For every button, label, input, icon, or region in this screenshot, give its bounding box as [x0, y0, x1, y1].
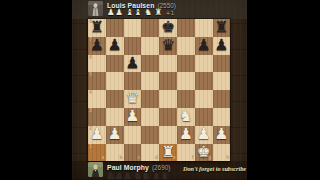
captured-black-pawn-icon: ♟ — [107, 172, 115, 180]
captured-white-bishop-icon: ♝ — [126, 8, 134, 17]
file-label: a — [102, 156, 105, 161]
square-e1[interactable]: e♜ — [159, 144, 177, 162]
square-d6[interactable] — [141, 55, 159, 73]
rank-label: 3 — [89, 109, 92, 114]
square-h2[interactable]: ♟ — [213, 126, 231, 144]
square-f5[interactable] — [177, 72, 195, 90]
square-h8[interactable]: ♜ — [213, 19, 231, 37]
black-rook: ♜ — [90, 19, 104, 37]
square-c8[interactable] — [124, 19, 142, 37]
bottom-player-avatar — [88, 162, 103, 177]
square-e8[interactable]: ♚ — [159, 19, 177, 37]
square-c1[interactable]: c — [124, 144, 142, 162]
captured-white-pawn-icon: ♟ — [115, 8, 123, 17]
square-g5[interactable] — [195, 72, 213, 90]
rank-label: 4 — [89, 91, 92, 96]
captured-white-rook-icon: ♜ — [155, 8, 163, 17]
square-f7[interactable] — [177, 37, 195, 55]
bottom-captured-pieces: ♟♟♟♞♞♝♝ — [107, 172, 169, 180]
square-e7[interactable]: ♛ — [159, 37, 177, 55]
square-a7[interactable]: 7♟ — [88, 37, 106, 55]
bottom-player-name-row: Paul Morphy (2690) — [107, 164, 170, 171]
captured-black-pawn-icon: ♟ — [124, 172, 132, 180]
black-king: ♚ — [161, 19, 175, 37]
black-pawn: ♟ — [126, 54, 140, 72]
square-g7[interactable]: ♟ — [195, 37, 213, 55]
captured-black-bishop-icon: ♝ — [161, 172, 169, 180]
square-c3[interactable]: ♟ — [124, 108, 142, 126]
square-c2[interactable] — [124, 126, 142, 144]
square-d2[interactable] — [141, 126, 159, 144]
square-f1[interactable]: f — [177, 144, 195, 162]
white-pawn: ♟ — [126, 107, 140, 125]
square-h4[interactable] — [213, 90, 231, 108]
captured-black-bishop-icon: ♝ — [153, 172, 161, 180]
subscribe-reminder-text: Don't forget to subscribe — [183, 165, 243, 172]
captured-white-bishop-icon: ♝ — [134, 8, 142, 17]
bottom-player-rating: (2690) — [152, 164, 170, 171]
square-d1[interactable]: d — [141, 144, 159, 162]
square-b6[interactable] — [106, 55, 124, 73]
top-captured-pieces: ♟♟♝♝♞♜+1 — [107, 8, 174, 17]
video-frame: Louis Paulsen (2550) ♟♟♝♝♞♜+1 8♜♚♜7♟♟♛♟♟… — [0, 0, 320, 180]
square-g2[interactable]: ♟ — [195, 126, 213, 144]
captured-black-knight-icon: ♞ — [134, 172, 142, 180]
square-b3[interactable] — [106, 108, 124, 126]
file-label: d — [155, 156, 158, 161]
black-pawn: ♟ — [197, 36, 211, 54]
material-advantage: +1 — [165, 9, 174, 16]
square-c5[interactable] — [124, 72, 142, 90]
square-f4[interactable] — [177, 90, 195, 108]
square-h1[interactable]: h — [213, 144, 231, 162]
file-label: h — [226, 156, 229, 161]
chess-app-stage: Louis Paulsen (2550) ♟♟♝♝♞♜+1 8♜♚♜7♟♟♛♟♟… — [72, 0, 247, 180]
rank-label: 6 — [89, 56, 92, 61]
captured-black-knight-icon: ♞ — [142, 172, 150, 180]
square-f8[interactable] — [177, 19, 195, 37]
square-g4[interactable] — [195, 90, 213, 108]
square-b4[interactable] — [106, 90, 124, 108]
rank-label: 1 — [89, 145, 92, 150]
square-d3[interactable] — [141, 108, 159, 126]
square-f6[interactable] — [177, 55, 195, 73]
square-b8[interactable] — [106, 19, 124, 37]
white-pawn: ♟ — [90, 125, 104, 143]
square-a2[interactable]: 2♟ — [88, 126, 106, 144]
white-pawn: ♟ — [108, 125, 122, 143]
black-pawn: ♟ — [215, 36, 229, 54]
rank-label: 8 — [89, 20, 92, 25]
square-a3[interactable]: 3 — [88, 108, 106, 126]
captured-white-knight-icon: ♞ — [144, 8, 152, 17]
square-f2[interactable]: ♟ — [177, 126, 195, 144]
square-g6[interactable] — [195, 55, 213, 73]
square-c4[interactable]: ♛ — [124, 90, 142, 108]
square-e4[interactable] — [159, 90, 177, 108]
black-pawn: ♟ — [90, 36, 104, 54]
square-b5[interactable] — [106, 72, 124, 90]
square-b2[interactable]: ♟ — [106, 126, 124, 144]
rank-label: 5 — [89, 73, 92, 78]
square-a6[interactable]: 6 — [88, 55, 106, 73]
square-e6[interactable] — [159, 55, 177, 73]
file-label: e — [173, 156, 176, 161]
square-h6[interactable] — [213, 55, 231, 73]
square-h7[interactable]: ♟ — [213, 37, 231, 55]
square-e5[interactable] — [159, 72, 177, 90]
square-h3[interactable] — [213, 108, 231, 126]
captured-white-pawn-icon: ♟ — [107, 8, 115, 17]
square-c6[interactable]: ♟ — [124, 55, 142, 73]
file-label: g — [208, 156, 211, 161]
black-pawn: ♟ — [108, 36, 122, 54]
file-label: f — [192, 156, 194, 161]
white-queen: ♛ — [126, 90, 140, 108]
square-d7[interactable] — [141, 37, 159, 55]
square-g1[interactable]: g♚ — [195, 144, 213, 162]
square-g3[interactable] — [195, 108, 213, 126]
square-b1[interactable]: b — [106, 144, 124, 162]
square-g8[interactable] — [195, 19, 213, 37]
square-a5[interactable]: 5 — [88, 72, 106, 90]
white-pawn: ♟ — [197, 125, 211, 143]
square-a1[interactable]: 1a — [88, 144, 106, 162]
black-rook: ♜ — [215, 19, 229, 37]
top-player-avatar — [88, 1, 103, 16]
file-label: b — [119, 156, 122, 161]
square-b7[interactable]: ♟ — [106, 37, 124, 55]
rank-label: 7 — [89, 38, 92, 43]
square-a4[interactable]: 4 — [88, 90, 106, 108]
white-pawn: ♟ — [215, 125, 229, 143]
rank-label: 2 — [89, 127, 92, 132]
square-c7[interactable] — [124, 37, 142, 55]
square-d5[interactable] — [141, 72, 159, 90]
square-a8[interactable]: 8♜ — [88, 19, 106, 37]
square-e2[interactable] — [159, 126, 177, 144]
white-pawn: ♟ — [179, 125, 193, 143]
white-knight: ♞ — [179, 107, 193, 125]
square-h5[interactable] — [213, 72, 231, 90]
bottom-player-name: Paul Morphy — [107, 164, 149, 171]
black-queen: ♛ — [161, 36, 175, 54]
square-e3[interactable] — [159, 108, 177, 126]
file-label: c — [137, 156, 140, 161]
captured-black-pawn-icon: ♟ — [115, 172, 123, 180]
chess-board: 8♜♚♜7♟♟♛♟♟6♟54♛3♟♞2♟♟♟♟♟1abcde♜fg♚h — [88, 19, 230, 161]
square-d8[interactable] — [141, 19, 159, 37]
square-f3[interactable]: ♞ — [177, 108, 195, 126]
square-d4[interactable] — [141, 90, 159, 108]
